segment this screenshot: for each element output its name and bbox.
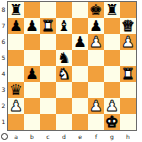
square-a6[interactable] bbox=[8, 34, 24, 50]
black-rook: ♜ bbox=[9, 2, 22, 18]
chess-board-frame: ♜♚♜♟♟♜♝♟♛♟♟♟♞♟♞♜♛♟♟♟♚ bbox=[7, 1, 137, 131]
square-d1[interactable] bbox=[56, 114, 72, 130]
black-pawn: ♟ bbox=[89, 18, 102, 34]
square-e5[interactable] bbox=[72, 50, 88, 66]
square-f1[interactable] bbox=[88, 114, 104, 130]
rank-label-5: 5 bbox=[0, 50, 7, 66]
square-f5[interactable] bbox=[88, 50, 104, 66]
square-b1[interactable] bbox=[24, 114, 40, 130]
black-pawn: ♟ bbox=[9, 18, 22, 34]
square-f8[interactable]: ♚ bbox=[88, 2, 104, 18]
rank-label-6: 6 bbox=[0, 34, 7, 50]
rank-label-3: 3 bbox=[0, 82, 7, 98]
square-g3[interactable] bbox=[104, 82, 120, 98]
rank-label-1: 1 bbox=[0, 114, 7, 130]
square-h7[interactable]: ♛ bbox=[120, 18, 136, 34]
square-c2[interactable] bbox=[40, 98, 56, 114]
square-b6[interactable] bbox=[24, 34, 40, 50]
square-h2[interactable] bbox=[120, 98, 136, 114]
square-g8[interactable]: ♜ bbox=[104, 2, 120, 18]
square-f3[interactable] bbox=[88, 82, 104, 98]
square-c6[interactable] bbox=[40, 34, 56, 50]
square-c3[interactable] bbox=[40, 82, 56, 98]
rank-label-8: 8 bbox=[0, 2, 7, 18]
white-knight: ♞ bbox=[57, 66, 70, 82]
black-rook: ♜ bbox=[105, 2, 118, 18]
square-e2[interactable] bbox=[72, 98, 88, 114]
white-queen: ♛ bbox=[121, 18, 134, 34]
square-c1[interactable] bbox=[40, 114, 56, 130]
file-label-b: b bbox=[24, 132, 40, 141]
square-e4[interactable] bbox=[72, 66, 88, 82]
square-f6[interactable]: ♟ bbox=[88, 34, 104, 50]
square-d5[interactable]: ♞ bbox=[56, 50, 72, 66]
square-a1[interactable] bbox=[8, 114, 24, 130]
rank-label-4: 4 bbox=[0, 66, 7, 82]
file-label-g: g bbox=[104, 132, 120, 141]
file-label-h: h bbox=[120, 132, 136, 141]
square-e1[interactable] bbox=[72, 114, 88, 130]
square-g5[interactable] bbox=[104, 50, 120, 66]
white-pawn: ♟ bbox=[105, 98, 118, 114]
black-bishop: ♝ bbox=[57, 18, 70, 34]
white-pawn: ♟ bbox=[89, 34, 102, 50]
square-b2[interactable] bbox=[24, 98, 40, 114]
black-queen: ♛ bbox=[9, 82, 22, 98]
square-h8[interactable] bbox=[120, 2, 136, 18]
black-king: ♚ bbox=[89, 2, 102, 18]
white-king: ♚ bbox=[105, 114, 118, 130]
black-pawn: ♟ bbox=[25, 66, 38, 82]
square-d2[interactable] bbox=[56, 98, 72, 114]
square-a4[interactable] bbox=[8, 66, 24, 82]
rank-label-2: 2 bbox=[0, 98, 7, 114]
square-g6[interactable] bbox=[104, 34, 120, 50]
file-labels: abcdefgh bbox=[8, 132, 136, 141]
square-h3[interactable] bbox=[120, 82, 136, 98]
square-b4[interactable]: ♟ bbox=[24, 66, 40, 82]
square-f7[interactable]: ♟ bbox=[88, 18, 104, 34]
file-label-a: a bbox=[8, 132, 24, 141]
square-f4[interactable] bbox=[88, 66, 104, 82]
square-d6[interactable] bbox=[56, 34, 72, 50]
white-pawn: ♟ bbox=[89, 98, 102, 114]
square-d3[interactable] bbox=[56, 82, 72, 98]
square-b5[interactable] bbox=[24, 50, 40, 66]
square-d8[interactable] bbox=[56, 2, 72, 18]
white-rook: ♜ bbox=[121, 66, 134, 82]
rank-label-7: 7 bbox=[0, 18, 7, 34]
square-g4[interactable] bbox=[104, 66, 120, 82]
square-f2[interactable]: ♟ bbox=[88, 98, 104, 114]
square-a7[interactable]: ♟ bbox=[8, 18, 24, 34]
square-c4[interactable] bbox=[40, 66, 56, 82]
black-pawn: ♟ bbox=[25, 18, 38, 34]
square-g7[interactable] bbox=[104, 18, 120, 34]
square-h6[interactable]: ♟ bbox=[120, 34, 136, 50]
chess-board: ♜♚♜♟♟♜♝♟♛♟♟♟♞♟♞♜♛♟♟♟♚ bbox=[7, 1, 137, 131]
square-a2[interactable]: ♟ bbox=[8, 98, 24, 114]
square-c8[interactable] bbox=[40, 2, 56, 18]
white-pawn: ♟ bbox=[9, 98, 22, 114]
square-g2[interactable]: ♟ bbox=[104, 98, 120, 114]
square-a8[interactable]: ♜ bbox=[8, 2, 24, 18]
square-e7[interactable] bbox=[72, 18, 88, 34]
white-to-move-indicator bbox=[1, 133, 8, 140]
square-d7[interactable]: ♝ bbox=[56, 18, 72, 34]
rank-labels: 87654321 bbox=[0, 2, 7, 130]
black-knight: ♞ bbox=[57, 50, 70, 66]
square-h1[interactable] bbox=[120, 114, 136, 130]
square-e6[interactable]: ♟ bbox=[72, 34, 88, 50]
square-h5[interactable] bbox=[120, 50, 136, 66]
square-d4[interactable]: ♞ bbox=[56, 66, 72, 82]
file-label-f: f bbox=[88, 132, 104, 141]
file-label-d: d bbox=[56, 132, 72, 141]
square-a3[interactable]: ♛ bbox=[8, 82, 24, 98]
file-label-e: e bbox=[72, 132, 88, 141]
square-c5[interactable] bbox=[40, 50, 56, 66]
square-b8[interactable] bbox=[24, 2, 40, 18]
square-h4[interactable]: ♜ bbox=[120, 66, 136, 82]
square-g1[interactable]: ♚ bbox=[104, 114, 120, 130]
square-a5[interactable] bbox=[8, 50, 24, 66]
square-e3[interactable] bbox=[72, 82, 88, 98]
white-rook: ♜ bbox=[41, 18, 54, 34]
square-c7[interactable]: ♜ bbox=[40, 18, 56, 34]
white-pawn: ♟ bbox=[121, 34, 134, 50]
black-pawn: ♟ bbox=[73, 34, 86, 50]
square-e8[interactable] bbox=[72, 2, 88, 18]
square-b3[interactable] bbox=[24, 82, 40, 98]
file-label-c: c bbox=[40, 132, 56, 141]
square-b7[interactable]: ♟ bbox=[24, 18, 40, 34]
